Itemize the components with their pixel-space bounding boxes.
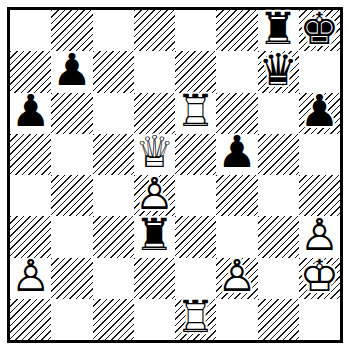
square-e6[interactable]: ♜♖ xyxy=(175,93,216,134)
square-d2[interactable] xyxy=(134,258,175,299)
black-pawn[interactable]: ♟ xyxy=(51,51,92,92)
square-f8[interactable] xyxy=(216,10,257,51)
square-h5[interactable] xyxy=(299,134,340,175)
square-g7[interactable]: ♛ xyxy=(258,51,299,92)
square-g4[interactable] xyxy=(258,175,299,216)
square-c6[interactable] xyxy=(93,93,134,134)
piece-outline-layer: ♖ xyxy=(176,296,215,340)
square-f2[interactable]: ♟♙ xyxy=(216,258,257,299)
white-pawn[interactable]: ♟♙ xyxy=(216,258,257,299)
piece-outline-layer: ♔ xyxy=(300,254,339,298)
square-g6[interactable] xyxy=(258,93,299,134)
square-b4[interactable] xyxy=(51,175,92,216)
square-b5[interactable] xyxy=(51,134,92,175)
square-a2[interactable]: ♟♙ xyxy=(10,258,51,299)
square-b3[interactable] xyxy=(51,216,92,257)
black-queen[interactable]: ♛ xyxy=(258,51,299,92)
black-pawn[interactable]: ♟ xyxy=(216,134,257,175)
square-c8[interactable] xyxy=(93,10,134,51)
piece-glyph: ♜ xyxy=(135,213,174,257)
piece-glyph: ♟ xyxy=(300,89,339,133)
square-b2[interactable] xyxy=(51,258,92,299)
square-b6[interactable] xyxy=(51,93,92,134)
piece-outline-layer: ♖ xyxy=(176,89,215,133)
square-d3[interactable]: ♜ xyxy=(134,216,175,257)
chess-board: ♜♚♟♛♟♜♖♟♛♕♟♟♙♜♟♙♟♙♟♙♚♔♜♖ xyxy=(7,7,343,343)
square-c4[interactable] xyxy=(93,175,134,216)
black-pawn[interactable]: ♟ xyxy=(10,93,51,134)
square-d1[interactable] xyxy=(134,299,175,340)
square-b1[interactable] xyxy=(51,299,92,340)
square-a1[interactable] xyxy=(10,299,51,340)
square-g1[interactable] xyxy=(258,299,299,340)
square-f7[interactable] xyxy=(216,51,257,92)
square-h1[interactable] xyxy=(299,299,340,340)
square-f1[interactable] xyxy=(216,299,257,340)
square-f5[interactable]: ♟ xyxy=(216,134,257,175)
piece-outline-layer: ♙ xyxy=(11,254,50,298)
square-c5[interactable] xyxy=(93,134,134,175)
black-pawn[interactable]: ♟ xyxy=(299,93,340,134)
square-c1[interactable] xyxy=(93,299,134,340)
white-rook[interactable]: ♜♖ xyxy=(175,93,216,134)
square-h6[interactable]: ♟ xyxy=(299,93,340,134)
square-c2[interactable] xyxy=(93,258,134,299)
square-g2[interactable] xyxy=(258,258,299,299)
square-d7[interactable] xyxy=(134,51,175,92)
square-e8[interactable] xyxy=(175,10,216,51)
piece-glyph: ♟ xyxy=(11,89,50,133)
piece-outline-layer: ♙ xyxy=(217,254,256,298)
square-f4[interactable] xyxy=(216,175,257,216)
square-h8[interactable]: ♚ xyxy=(299,10,340,51)
white-pawn[interactable]: ♟♙ xyxy=(10,258,51,299)
black-king[interactable]: ♚ xyxy=(299,10,340,51)
square-g5[interactable] xyxy=(258,134,299,175)
white-king[interactable]: ♚♔ xyxy=(299,258,340,299)
black-rook[interactable]: ♜ xyxy=(134,216,175,257)
square-e1[interactable]: ♜♖ xyxy=(175,299,216,340)
square-b7[interactable]: ♟ xyxy=(51,51,92,92)
piece-glyph: ♟ xyxy=(52,48,91,92)
square-a8[interactable] xyxy=(10,10,51,51)
square-d8[interactable] xyxy=(134,10,175,51)
piece-glyph: ♛ xyxy=(258,48,297,92)
square-a6[interactable]: ♟ xyxy=(10,93,51,134)
piece-glyph: ♟ xyxy=(217,131,256,175)
square-g3[interactable] xyxy=(258,216,299,257)
square-c7[interactable] xyxy=(93,51,134,92)
square-a5[interactable] xyxy=(10,134,51,175)
square-e3[interactable] xyxy=(175,216,216,257)
piece-glyph: ♚ xyxy=(300,7,339,51)
square-e5[interactable] xyxy=(175,134,216,175)
square-e4[interactable] xyxy=(175,175,216,216)
square-h2[interactable]: ♚♔ xyxy=(299,258,340,299)
page: ♜♚♟♛♟♜♖♟♛♕♟♟♙♜♟♙♟♙♟♙♚♔♜♖ xyxy=(0,0,350,350)
white-rook[interactable]: ♜♖ xyxy=(175,299,216,340)
square-a4[interactable] xyxy=(10,175,51,216)
square-c3[interactable] xyxy=(93,216,134,257)
